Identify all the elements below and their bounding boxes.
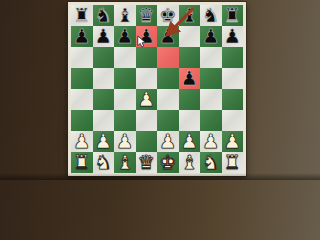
square-h7[interactable]: ♟ [222,26,244,47]
chess-board-frame: ♜♞♝♛♚♝♞♜♟♟♟♟♟♟♟♟♟♟♟♟♟♟♟♟♜♞♝♛♚♝♞♜ [68,2,246,176]
square-h2[interactable]: ♟ [222,131,244,152]
black-queen[interactable]: ♛ [138,5,155,26]
black-pawn[interactable]: ♟ [95,26,112,47]
square-e7[interactable]: ♟ [157,26,179,47]
square-g4[interactable] [200,89,222,110]
white-pawn[interactable]: ♟ [73,131,90,152]
square-e2[interactable]: ♟ [157,131,179,152]
square-c7[interactable]: ♟ [114,26,136,47]
square-f3[interactable] [179,110,201,131]
square-d3[interactable] [136,110,158,131]
square-e6[interactable] [157,47,179,68]
chess-board: ♜♞♝♛♚♝♞♜♟♟♟♟♟♟♟♟♟♟♟♟♟♟♟♟♜♞♝♛♚♝♞♜ [71,5,243,173]
white-bishop[interactable]: ♝ [116,152,133,173]
square-b8[interactable]: ♞ [93,5,115,26]
square-a7[interactable]: ♟ [71,26,93,47]
white-queen[interactable]: ♛ [138,152,155,173]
square-b2[interactable]: ♟ [93,131,115,152]
square-e1[interactable]: ♚ [157,152,179,173]
black-pawn[interactable]: ♟ [202,26,219,47]
square-c6[interactable] [114,47,136,68]
square-f2[interactable]: ♟ [179,131,201,152]
black-pawn[interactable]: ♟ [116,26,133,47]
black-knight[interactable]: ♞ [202,5,219,26]
white-bishop[interactable]: ♝ [181,152,198,173]
square-c5[interactable] [114,68,136,89]
white-pawn[interactable]: ♟ [95,131,112,152]
square-d6[interactable] [136,47,158,68]
white-knight[interactable]: ♞ [202,152,219,173]
square-h5[interactable] [222,68,244,89]
square-a1[interactable]: ♜ [71,152,93,173]
white-pawn[interactable]: ♟ [224,131,241,152]
white-king[interactable]: ♚ [159,152,176,173]
square-b5[interactable] [93,68,115,89]
square-f1[interactable]: ♝ [179,152,201,173]
square-h1[interactable]: ♜ [222,152,244,173]
black-rook[interactable]: ♜ [73,5,90,26]
square-b3[interactable] [93,110,115,131]
square-h3[interactable] [222,110,244,131]
square-e4[interactable] [157,89,179,110]
square-g5[interactable] [200,68,222,89]
square-h6[interactable] [222,47,244,68]
white-rook[interactable]: ♜ [73,152,90,173]
square-d8[interactable]: ♛ [136,5,158,26]
white-pawn[interactable]: ♟ [181,131,198,152]
square-e8[interactable]: ♚ [157,5,179,26]
square-a5[interactable] [71,68,93,89]
square-a4[interactable] [71,89,93,110]
square-d5[interactable] [136,68,158,89]
white-pawn[interactable]: ♟ [159,131,176,152]
square-e5[interactable] [157,68,179,89]
square-b4[interactable] [93,89,115,110]
square-f4[interactable] [179,89,201,110]
black-king[interactable]: ♚ [159,5,176,26]
square-f5[interactable]: ♟ [179,68,201,89]
black-pawn[interactable]: ♟ [73,26,90,47]
black-rook[interactable]: ♜ [224,5,241,26]
white-rook[interactable]: ♜ [224,152,241,173]
square-a6[interactable] [71,47,93,68]
square-c2[interactable]: ♟ [114,131,136,152]
square-d4[interactable]: ♟ [136,89,158,110]
black-pawn[interactable]: ♟ [181,68,198,89]
black-pawn[interactable]: ♟ [159,26,176,47]
square-b7[interactable]: ♟ [93,26,115,47]
square-c4[interactable] [114,89,136,110]
black-bishop[interactable]: ♝ [181,5,198,26]
square-c8[interactable]: ♝ [114,5,136,26]
square-d2[interactable] [136,131,158,152]
square-d1[interactable]: ♛ [136,152,158,173]
black-bishop[interactable]: ♝ [116,5,133,26]
black-pawn[interactable]: ♟ [138,26,155,47]
square-f6[interactable] [179,47,201,68]
square-e3[interactable] [157,110,179,131]
square-g8[interactable]: ♞ [200,5,222,26]
square-h8[interactable]: ♜ [222,5,244,26]
square-f8[interactable]: ♝ [179,5,201,26]
white-pawn[interactable]: ♟ [202,131,219,152]
square-g1[interactable]: ♞ [200,152,222,173]
square-h4[interactable] [222,89,244,110]
square-a8[interactable]: ♜ [71,5,93,26]
square-d7[interactable]: ♟ [136,26,158,47]
square-a2[interactable]: ♟ [71,131,93,152]
white-knight[interactable]: ♞ [95,152,112,173]
square-b6[interactable] [93,47,115,68]
square-g6[interactable] [200,47,222,68]
square-c1[interactable]: ♝ [114,152,136,173]
black-pawn[interactable]: ♟ [224,26,241,47]
square-g3[interactable] [200,110,222,131]
white-pawn[interactable]: ♟ [116,131,133,152]
square-f7[interactable] [179,26,201,47]
square-g2[interactable]: ♟ [200,131,222,152]
square-a3[interactable] [71,110,93,131]
black-knight[interactable]: ♞ [95,5,112,26]
square-g7[interactable]: ♟ [200,26,222,47]
white-pawn[interactable]: ♟ [138,89,155,110]
square-c3[interactable] [114,110,136,131]
square-b1[interactable]: ♞ [93,152,115,173]
